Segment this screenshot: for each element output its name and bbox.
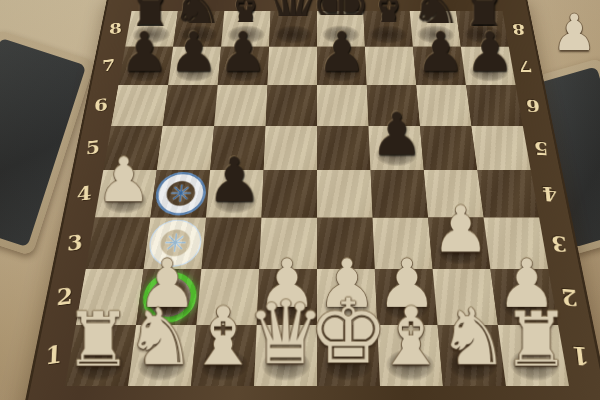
white-pawn-a4[interactable]: ♟ bbox=[96, 149, 151, 211]
square-a6[interactable] bbox=[111, 85, 168, 126]
square-h7[interactable]: ♟ bbox=[461, 47, 516, 85]
black-pawn-c4[interactable]: ♟ bbox=[207, 149, 262, 211]
square-b6[interactable] bbox=[163, 85, 218, 126]
black-pawn-f5[interactable]: ♟ bbox=[370, 104, 423, 163]
square-e6[interactable] bbox=[317, 85, 368, 126]
black-pawn-a7[interactable]: ♟ bbox=[119, 24, 168, 79]
black-pawn-h7[interactable]: ♟ bbox=[465, 24, 514, 79]
square-h6[interactable] bbox=[466, 85, 523, 126]
game-screen: ♟ ♜♞♝♛♚♝♞♜♟♟♟♟♟♟♟♟✳♟✳♟♟♟♟♟♟♜♞♝♛♚♝♞♜88776… bbox=[0, 0, 600, 400]
square-g3[interactable]: ♟ bbox=[428, 218, 490, 270]
square-g7[interactable]: ♟ bbox=[413, 47, 466, 85]
white-bishop-f1[interactable]: ♝ bbox=[375, 296, 447, 376]
square-h1[interactable]: ♜ bbox=[498, 325, 569, 386]
square-f5[interactable]: ♟ bbox=[368, 126, 423, 170]
white-pawn-g3[interactable]: ♟ bbox=[432, 197, 489, 261]
square-c6[interactable] bbox=[214, 85, 267, 126]
rank-label-right-5: 5 bbox=[526, 137, 555, 158]
rank-label-left-6: 6 bbox=[88, 95, 115, 116]
square-a7[interactable]: ♟ bbox=[118, 47, 173, 85]
black-pawn-c7[interactable]: ♟ bbox=[218, 24, 267, 79]
black-pawn-e7[interactable]: ♟ bbox=[317, 24, 366, 79]
white-rook-h1[interactable]: ♜ bbox=[502, 302, 569, 377]
square-f1[interactable]: ♝ bbox=[377, 325, 443, 386]
chess-board: ♜♞♝♛♚♝♞♜♟♟♟♟♟♟♟♟✳♟✳♟♟♟♟♟♟♜♞♝♛♚♝♞♜8877665… bbox=[24, 0, 600, 400]
square-f4[interactable] bbox=[370, 170, 428, 218]
rank-label-left-3: 3 bbox=[60, 230, 90, 256]
black-bishop-f8[interactable]: ♝ bbox=[361, 0, 416, 41]
square-d6[interactable] bbox=[266, 85, 317, 126]
square-d5[interactable] bbox=[264, 126, 317, 170]
square-g6[interactable] bbox=[416, 85, 471, 126]
square-e1[interactable]: ♚ bbox=[317, 325, 380, 386]
black-pawn-g7[interactable]: ♟ bbox=[416, 24, 465, 79]
square-c4[interactable]: ♟ bbox=[206, 170, 264, 218]
move-hint-b4[interactable]: ✳ bbox=[153, 172, 208, 216]
square-e7[interactable]: ♟ bbox=[317, 47, 367, 85]
square-e5[interactable] bbox=[317, 126, 370, 170]
captured-white-pawn-icon: ♟ bbox=[552, 8, 597, 58]
square-f8[interactable]: ♝ bbox=[363, 11, 413, 47]
square-a4[interactable]: ♟ bbox=[95, 170, 157, 218]
square-b5[interactable] bbox=[157, 126, 214, 170]
square-c3[interactable] bbox=[201, 218, 261, 270]
black-pawn-b7[interactable]: ♟ bbox=[169, 24, 218, 79]
rank-label-left-7: 7 bbox=[96, 56, 122, 75]
square-d4[interactable] bbox=[261, 170, 317, 218]
white-knight-b1[interactable]: ♞ bbox=[125, 298, 196, 377]
rank-label-left-4: 4 bbox=[70, 182, 99, 206]
square-g1[interactable]: ♞ bbox=[438, 325, 506, 386]
rank-label-right-4: 4 bbox=[534, 182, 565, 205]
square-h5[interactable] bbox=[471, 126, 530, 170]
square-f7[interactable] bbox=[365, 47, 416, 85]
rank-label-right-7: 7 bbox=[512, 57, 539, 75]
square-g5[interactable] bbox=[420, 126, 477, 170]
square-b7[interactable]: ♟ bbox=[168, 47, 221, 85]
square-d7[interactable] bbox=[267, 47, 317, 85]
square-c7[interactable]: ♟ bbox=[218, 47, 269, 85]
white-knight-g1[interactable]: ♞ bbox=[438, 298, 509, 377]
rank-label-right-6: 6 bbox=[519, 96, 547, 116]
white-rook-a1[interactable]: ♜ bbox=[64, 302, 131, 377]
square-e4[interactable] bbox=[317, 170, 373, 218]
square-b4[interactable]: ✳ bbox=[150, 170, 210, 218]
